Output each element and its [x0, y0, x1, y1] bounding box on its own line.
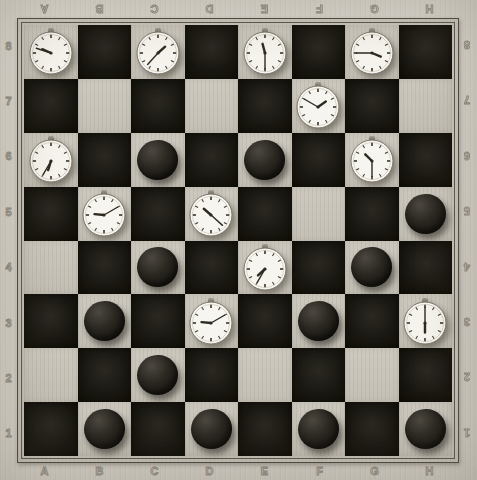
board-photo: ABCDEFGH ABCDEFGH 87654321 87654321 — [0, 0, 477, 480]
clock-face-icon — [29, 139, 73, 183]
square-a5[interactable] — [24, 187, 78, 241]
clock-face-icon — [243, 247, 287, 291]
file-label-top-f: F — [292, 0, 347, 18]
square-e1[interactable] — [238, 402, 292, 456]
white-clock-piece-a6[interactable] — [29, 136, 73, 183]
white-clock-piece-h3[interactable] — [403, 298, 447, 345]
square-a3[interactable] — [24, 294, 78, 348]
square-f8[interactable] — [292, 25, 346, 79]
square-b3[interactable] — [78, 294, 132, 348]
black-checker-piece-c6[interactable] — [137, 140, 178, 180]
rank-label-right-8: 8 — [457, 18, 477, 73]
square-g6[interactable] — [345, 133, 399, 187]
square-g3[interactable] — [345, 294, 399, 348]
clock-face-icon — [189, 301, 233, 345]
clock-face-icon — [243, 31, 287, 75]
black-checker-piece-e6[interactable] — [244, 140, 285, 180]
clock-face-icon — [189, 193, 233, 237]
square-b6[interactable] — [78, 133, 132, 187]
square-d2[interactable] — [185, 348, 239, 402]
square-f5[interactable] — [292, 187, 346, 241]
white-clock-piece-b5[interactable] — [82, 190, 126, 237]
square-h2[interactable] — [399, 348, 453, 402]
rank-label-left-6: 6 — [0, 129, 17, 184]
rank-labels-right: 87654321 — [457, 18, 477, 461]
square-c6[interactable] — [131, 133, 185, 187]
rank-label-left-1: 1 — [0, 406, 17, 461]
square-d4[interactable] — [185, 241, 239, 295]
square-c5[interactable] — [131, 187, 185, 241]
file-label-top-g: G — [347, 0, 402, 18]
rank-label-left-3: 3 — [0, 295, 17, 350]
file-label-bottom-a: A — [17, 461, 72, 480]
file-label-top-a: A — [17, 0, 72, 18]
rank-label-right-6: 6 — [457, 129, 477, 184]
white-clock-piece-e8[interactable] — [243, 28, 287, 75]
square-e8[interactable] — [238, 25, 292, 79]
white-clock-piece-d3[interactable] — [189, 298, 233, 345]
square-e7[interactable] — [238, 79, 292, 133]
square-a4[interactable] — [24, 241, 78, 295]
square-h8[interactable] — [399, 25, 453, 79]
square-d5[interactable] — [185, 187, 239, 241]
square-g7[interactable] — [345, 79, 399, 133]
square-h4[interactable] — [399, 241, 453, 295]
square-c4[interactable] — [131, 241, 185, 295]
square-f1[interactable] — [292, 402, 346, 456]
rank-label-left-7: 7 — [0, 73, 17, 128]
square-a7[interactable] — [24, 79, 78, 133]
file-label-bottom-c: C — [127, 461, 182, 480]
board-grid — [24, 25, 452, 456]
white-clock-piece-g8[interactable] — [350, 28, 394, 75]
square-b2[interactable] — [78, 348, 132, 402]
square-e2[interactable] — [238, 348, 292, 402]
rank-label-right-2: 2 — [457, 350, 477, 405]
file-label-bottom-e: E — [237, 461, 292, 480]
square-g5[interactable] — [345, 187, 399, 241]
clock-face-icon — [403, 301, 447, 345]
file-label-bottom-b: B — [72, 461, 127, 480]
file-label-bottom-f: F — [292, 461, 347, 480]
black-checker-piece-d1[interactable] — [191, 409, 232, 449]
square-f7[interactable] — [292, 79, 346, 133]
file-label-top-e: E — [237, 0, 292, 18]
square-d3[interactable] — [185, 294, 239, 348]
rank-label-right-4: 4 — [457, 240, 477, 295]
square-g2[interactable] — [345, 348, 399, 402]
square-c8[interactable] — [131, 25, 185, 79]
square-d1[interactable] — [185, 402, 239, 456]
white-clock-piece-d5[interactable] — [189, 190, 233, 237]
square-b7[interactable] — [78, 79, 132, 133]
square-b8[interactable] — [78, 25, 132, 79]
square-b4[interactable] — [78, 241, 132, 295]
square-b5[interactable] — [78, 187, 132, 241]
rank-label-left-2: 2 — [0, 350, 17, 405]
square-b1[interactable] — [78, 402, 132, 456]
board-frame — [17, 18, 459, 463]
black-checker-piece-c2[interactable] — [137, 355, 178, 395]
file-labels-top: ABCDEFGH — [17, 0, 457, 18]
clock-face-icon — [136, 31, 180, 75]
rank-label-left-5: 5 — [0, 184, 17, 239]
square-g1[interactable] — [345, 402, 399, 456]
square-f3[interactable] — [292, 294, 346, 348]
file-label-top-c: C — [127, 0, 182, 18]
rank-labels-left: 87654321 — [0, 18, 17, 461]
rank-label-right-5: 5 — [457, 184, 477, 239]
black-checker-piece-f3[interactable] — [298, 301, 339, 341]
square-a6[interactable] — [24, 133, 78, 187]
square-a8[interactable] — [24, 25, 78, 79]
clock-face-icon — [296, 85, 340, 129]
square-f6[interactable] — [292, 133, 346, 187]
file-label-top-d: D — [182, 0, 237, 18]
square-h7[interactable] — [399, 79, 453, 133]
square-h3[interactable] — [399, 294, 453, 348]
clock-face-icon — [350, 31, 394, 75]
white-clock-piece-f7[interactable] — [296, 82, 340, 129]
square-c7[interactable] — [131, 79, 185, 133]
square-e3[interactable] — [238, 294, 292, 348]
square-e4[interactable] — [238, 241, 292, 295]
clock-face-icon — [82, 193, 126, 237]
rank-label-left-4: 4 — [0, 240, 17, 295]
square-e5[interactable] — [238, 187, 292, 241]
square-a2[interactable] — [24, 348, 78, 402]
square-h1[interactable] — [399, 402, 453, 456]
square-f4[interactable] — [292, 241, 346, 295]
black-checker-piece-h1[interactable] — [405, 409, 446, 449]
file-labels-bottom: ABCDEFGH — [17, 461, 457, 480]
square-d6[interactable] — [185, 133, 239, 187]
square-d8[interactable] — [185, 25, 239, 79]
black-checker-piece-c4[interactable] — [137, 247, 178, 287]
square-c2[interactable] — [131, 348, 185, 402]
file-label-bottom-h: H — [402, 461, 457, 480]
file-label-bottom-g: G — [347, 461, 402, 480]
clock-face-icon — [350, 139, 394, 183]
white-clock-piece-a8[interactable] — [29, 28, 73, 75]
rank-label-right-1: 1 — [457, 406, 477, 461]
square-f2[interactable] — [292, 348, 346, 402]
square-a1[interactable] — [24, 402, 78, 456]
file-label-bottom-d: D — [182, 461, 237, 480]
square-h5[interactable] — [399, 187, 453, 241]
white-clock-piece-e4[interactable] — [243, 244, 287, 291]
file-label-top-b: B — [72, 0, 127, 18]
square-g4[interactable] — [345, 241, 399, 295]
square-g8[interactable] — [345, 25, 399, 79]
white-clock-piece-g6[interactable] — [350, 136, 394, 183]
black-checker-piece-b3[interactable] — [84, 301, 125, 341]
black-checker-piece-g4[interactable] — [351, 247, 392, 287]
black-checker-piece-b1[interactable] — [84, 409, 125, 449]
square-d7[interactable] — [185, 79, 239, 133]
file-label-top-h: H — [402, 0, 457, 18]
rank-label-left-8: 8 — [0, 18, 17, 73]
white-clock-piece-c8[interactable] — [136, 28, 180, 75]
black-checker-piece-h5[interactable] — [405, 194, 446, 234]
clock-face-icon — [29, 31, 73, 75]
square-e6[interactable] — [238, 133, 292, 187]
square-c1[interactable] — [131, 402, 185, 456]
square-h6[interactable] — [399, 133, 453, 187]
black-checker-piece-f1[interactable] — [298, 409, 339, 449]
rank-label-right-7: 7 — [457, 73, 477, 128]
rank-label-right-3: 3 — [457, 295, 477, 350]
square-c3[interactable] — [131, 294, 185, 348]
